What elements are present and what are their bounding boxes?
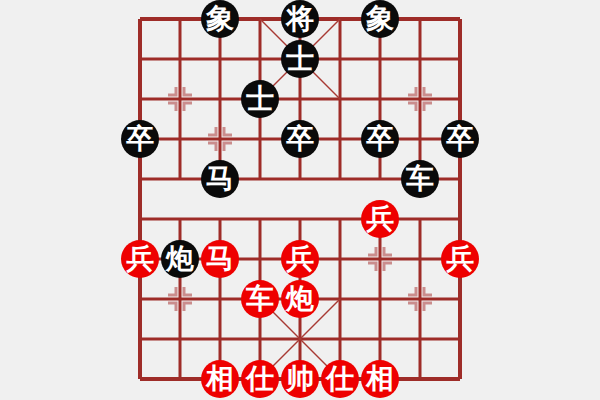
board-point-f8[interactable]	[320, 39, 360, 79]
board-point-a8[interactable]	[120, 39, 160, 79]
piece-red-soldier[interactable]: 兵	[281, 240, 319, 278]
piece-red-general[interactable]: 帅	[281, 360, 319, 398]
board-point-a1[interactable]	[120, 319, 160, 359]
piece-black-elephant[interactable]: 象	[201, 0, 239, 38]
board-point-e5[interactable]	[280, 159, 320, 199]
board-point-c3[interactable]: 马	[200, 239, 240, 279]
board-point-i1[interactable]	[440, 319, 480, 359]
board-point-h9[interactable]	[400, 0, 440, 39]
board-point-i2[interactable]	[440, 279, 480, 319]
board-point-f2[interactable]	[320, 279, 360, 319]
board-point-d5[interactable]	[240, 159, 280, 199]
board-point-g4[interactable]: 兵	[360, 199, 400, 239]
board-point-b0[interactable]	[160, 359, 200, 399]
board-point-a4[interactable]	[120, 199, 160, 239]
board-point-f6[interactable]	[320, 119, 360, 159]
board-intersections: 象将象士士卒卒卒卒马车兵兵炮马兵兵车炮相仕帅仕相	[120, 0, 480, 399]
board-point-c8[interactable]	[200, 39, 240, 79]
board-point-g1[interactable]	[360, 319, 400, 359]
piece-black-soldier[interactable]: 卒	[281, 120, 319, 158]
board-point-i0[interactable]	[440, 359, 480, 399]
board-point-a2[interactable]	[120, 279, 160, 319]
board-point-f3[interactable]	[320, 239, 360, 279]
board-point-e0[interactable]: 帅	[280, 359, 320, 399]
board-point-c5[interactable]: 马	[200, 159, 240, 199]
board-point-c9[interactable]: 象	[200, 0, 240, 39]
board-point-e2[interactable]: 炮	[280, 279, 320, 319]
board-point-h0[interactable]	[400, 359, 440, 399]
board-point-d1[interactable]	[240, 319, 280, 359]
board-point-b4[interactable]	[160, 199, 200, 239]
piece-black-advisor[interactable]: 士	[241, 80, 279, 118]
piece-black-chariot[interactable]: 车	[401, 160, 439, 198]
piece-red-soldier[interactable]: 兵	[441, 240, 479, 278]
board-point-e3[interactable]: 兵	[280, 239, 320, 279]
board-point-c0[interactable]: 相	[200, 359, 240, 399]
board-point-f1[interactable]	[320, 319, 360, 359]
piece-black-horse[interactable]: 马	[201, 160, 239, 198]
board-point-g3[interactable]	[360, 239, 400, 279]
board-point-a3[interactable]: 兵	[120, 239, 160, 279]
board-point-c6[interactable]	[200, 119, 240, 159]
board-point-i7[interactable]	[440, 79, 480, 119]
board-point-f5[interactable]	[320, 159, 360, 199]
board-point-i3[interactable]: 兵	[440, 239, 480, 279]
piece-red-horse[interactable]: 马	[201, 240, 239, 278]
board-point-g5[interactable]	[360, 159, 400, 199]
piece-red-chariot[interactable]: 车	[241, 280, 279, 318]
board-point-g2[interactable]	[360, 279, 400, 319]
board-point-a7[interactable]	[120, 79, 160, 119]
board-point-g8[interactable]	[360, 39, 400, 79]
board-point-c1[interactable]	[200, 319, 240, 359]
piece-red-soldier[interactable]: 兵	[361, 200, 399, 238]
board-point-e1[interactable]	[280, 319, 320, 359]
board-point-h7[interactable]	[400, 79, 440, 119]
board-point-e8[interactable]: 士	[280, 39, 320, 79]
board-point-e7[interactable]	[280, 79, 320, 119]
board-point-b2[interactable]	[160, 279, 200, 319]
board-point-b6[interactable]	[160, 119, 200, 159]
piece-red-soldier[interactable]: 兵	[121, 240, 159, 278]
board-point-b5[interactable]	[160, 159, 200, 199]
board-point-h6[interactable]	[400, 119, 440, 159]
board-point-g6[interactable]: 卒	[360, 119, 400, 159]
piece-red-advisor[interactable]: 仕	[241, 360, 279, 398]
piece-black-elephant[interactable]: 象	[361, 0, 399, 38]
piece-black-soldier[interactable]: 卒	[121, 120, 159, 158]
board-point-d3[interactable]	[240, 239, 280, 279]
xiangqi-board: 象将象士士卒卒卒卒马车兵兵炮马兵兵车炮相仕帅仕相	[0, 0, 600, 400]
piece-red-elephant[interactable]: 相	[361, 360, 399, 398]
board-point-i5[interactable]	[440, 159, 480, 199]
board-point-c2[interactable]	[200, 279, 240, 319]
board-point-e4[interactable]	[280, 199, 320, 239]
board-point-b1[interactable]	[160, 319, 200, 359]
board-point-g0[interactable]: 相	[360, 359, 400, 399]
board-point-f0[interactable]: 仕	[320, 359, 360, 399]
board-point-i4[interactable]	[440, 199, 480, 239]
board-point-f9[interactable]	[320, 0, 360, 39]
board-point-e9[interactable]: 将	[280, 0, 320, 39]
board-point-h2[interactable]	[400, 279, 440, 319]
piece-red-elephant[interactable]: 相	[201, 360, 239, 398]
board-point-f7[interactable]	[320, 79, 360, 119]
board-point-b7[interactable]	[160, 79, 200, 119]
board-point-b3[interactable]: 炮	[160, 239, 200, 279]
board-point-i6[interactable]: 卒	[440, 119, 480, 159]
board-point-h1[interactable]	[400, 319, 440, 359]
board-point-d0[interactable]: 仕	[240, 359, 280, 399]
board-point-e6[interactable]: 卒	[280, 119, 320, 159]
piece-black-cannon[interactable]: 炮	[161, 240, 199, 278]
board-point-d8[interactable]	[240, 39, 280, 79]
board-point-h3[interactable]	[400, 239, 440, 279]
board-point-d9[interactable]	[240, 0, 280, 39]
board-point-a0[interactable]	[120, 359, 160, 399]
board-point-b9[interactable]	[160, 0, 200, 39]
board-point-h4[interactable]	[400, 199, 440, 239]
board-point-i8[interactable]	[440, 39, 480, 79]
board-point-c4[interactable]	[200, 199, 240, 239]
board-point-d7[interactable]: 士	[240, 79, 280, 119]
board-point-g9[interactable]: 象	[360, 0, 400, 39]
board-point-d6[interactable]	[240, 119, 280, 159]
board-point-g7[interactable]	[360, 79, 400, 119]
piece-black-general[interactable]: 将	[281, 0, 319, 38]
board-point-a9[interactable]	[120, 0, 160, 39]
board-point-h5[interactable]: 车	[400, 159, 440, 199]
board-point-f4[interactable]	[320, 199, 360, 239]
piece-black-advisor[interactable]: 士	[281, 40, 319, 78]
board-point-d2[interactable]: 车	[240, 279, 280, 319]
piece-red-advisor[interactable]: 仕	[321, 360, 359, 398]
board-point-a6[interactable]: 卒	[120, 119, 160, 159]
piece-black-soldier[interactable]: 卒	[361, 120, 399, 158]
board-point-i9[interactable]	[440, 0, 480, 39]
piece-red-cannon[interactable]: 炮	[281, 280, 319, 318]
board-point-b8[interactable]	[160, 39, 200, 79]
board-point-a5[interactable]	[120, 159, 160, 199]
board-point-c7[interactable]	[200, 79, 240, 119]
piece-black-soldier[interactable]: 卒	[441, 120, 479, 158]
board-point-h8[interactable]	[400, 39, 440, 79]
board-point-d4[interactable]	[240, 199, 280, 239]
